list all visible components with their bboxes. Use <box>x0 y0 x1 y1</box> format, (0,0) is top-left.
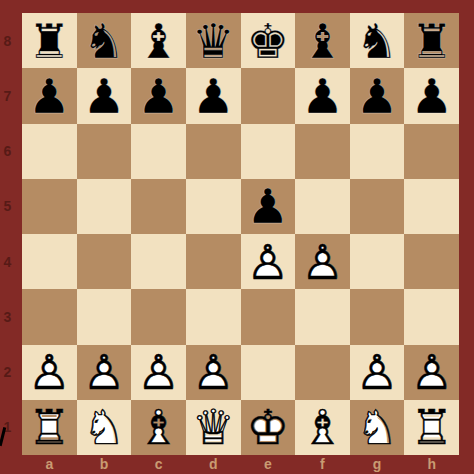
square-h6[interactable] <box>404 124 459 179</box>
piece-black-pawn[interactable]: ♟ <box>77 68 132 123</box>
square-f6[interactable] <box>295 124 350 179</box>
black-rook-icon: ♜ <box>404 13 459 68</box>
square-h7[interactable]: ♟ <box>404 68 459 123</box>
square-f4[interactable]: ♟♙ <box>295 234 350 289</box>
piece-white-pawn[interactable]: ♟♙ <box>77 345 132 400</box>
square-c2[interactable]: ♟♙ <box>131 345 186 400</box>
piece-white-pawn[interactable]: ♟♙ <box>186 345 241 400</box>
black-pawn-icon: ♟ <box>295 68 350 123</box>
black-pawn-icon: ♟ <box>77 68 132 123</box>
square-a1[interactable]: ♜♖ <box>22 400 77 455</box>
black-knight-icon: ♞ <box>350 13 405 68</box>
piece-white-rook[interactable]: ♜♖ <box>22 400 77 455</box>
square-h5[interactable] <box>404 179 459 234</box>
file-labels: abcdefgh <box>22 455 459 474</box>
square-c1[interactable]: ♝♗ <box>131 400 186 455</box>
piece-white-knight[interactable]: ♞♘ <box>350 400 405 455</box>
file-label-d: d <box>186 455 241 474</box>
square-g2[interactable]: ♟♙ <box>350 345 405 400</box>
white-pawn-outline-icon: ♙ <box>22 345 77 400</box>
piece-white-pawn[interactable]: ♟♙ <box>131 345 186 400</box>
square-d2[interactable]: ♟♙ <box>186 345 241 400</box>
square-e2[interactable] <box>241 345 296 400</box>
black-pawn-icon: ♟ <box>186 68 241 123</box>
white-pawn-outline-icon: ♙ <box>186 345 241 400</box>
piece-black-pawn[interactable]: ♟ <box>350 68 405 123</box>
square-f1[interactable]: ♝♗ <box>295 400 350 455</box>
white-pawn-outline-icon: ♙ <box>350 345 405 400</box>
piece-white-rook[interactable]: ♜♖ <box>404 400 459 455</box>
square-b2[interactable]: ♟♙ <box>77 345 132 400</box>
black-rook-icon: ♜ <box>22 13 77 68</box>
square-d1[interactable]: ♛♕ <box>186 400 241 455</box>
square-f3[interactable] <box>295 289 350 344</box>
black-pawn-icon: ♟ <box>404 68 459 123</box>
square-a2[interactable]: ♟♙ <box>22 345 77 400</box>
piece-white-knight[interactable]: ♞♘ <box>77 400 132 455</box>
rank-label-4: 4 <box>0 234 22 289</box>
square-e8[interactable]: ♚ <box>241 13 296 68</box>
square-e7[interactable] <box>241 68 296 123</box>
square-c7[interactable]: ♟ <box>131 68 186 123</box>
rank-label-3: 3 <box>0 289 22 344</box>
white-pawn-outline-icon: ♙ <box>404 345 459 400</box>
square-h4[interactable] <box>404 234 459 289</box>
file-label-h: h <box>404 455 459 474</box>
square-b6[interactable] <box>77 124 132 179</box>
white-pawn-outline-icon: ♙ <box>131 345 186 400</box>
square-g3[interactable] <box>350 289 405 344</box>
piece-white-pawn[interactable]: ♟♙ <box>241 234 296 289</box>
white-bishop-outline-icon: ♗ <box>131 400 186 455</box>
piece-white-pawn[interactable]: ♟♙ <box>295 234 350 289</box>
rank-label-5: 5 <box>0 179 22 234</box>
square-d8[interactable]: ♛ <box>186 13 241 68</box>
piece-black-king[interactable]: ♚ <box>241 13 296 68</box>
square-e1[interactable]: ♚♔ <box>241 400 296 455</box>
square-e3[interactable] <box>241 289 296 344</box>
square-g8[interactable]: ♞ <box>350 13 405 68</box>
piece-white-bishop[interactable]: ♝♗ <box>295 400 350 455</box>
square-b8[interactable]: ♞ <box>77 13 132 68</box>
piece-white-pawn[interactable]: ♟♙ <box>22 345 77 400</box>
piece-black-pawn[interactable]: ♟ <box>404 68 459 123</box>
square-a8[interactable]: ♜ <box>22 13 77 68</box>
square-g5[interactable] <box>350 179 405 234</box>
square-b7[interactable]: ♟ <box>77 68 132 123</box>
piece-black-pawn[interactable]: ♟ <box>186 68 241 123</box>
square-f8[interactable]: ♝ <box>295 13 350 68</box>
piece-black-pawn[interactable]: ♟ <box>131 68 186 123</box>
square-d5[interactable] <box>186 179 241 234</box>
white-knight-outline-icon: ♘ <box>350 400 405 455</box>
square-g4[interactable] <box>350 234 405 289</box>
square-a3[interactable] <box>22 289 77 344</box>
piece-black-pawn[interactable]: ♟ <box>22 68 77 123</box>
piece-black-queen[interactable]: ♛ <box>186 13 241 68</box>
chess-board: ♜♞♝♛♚♝♞♜♟♟♟♟♟♟♟♟♟♙♟♙♟♙♟♙♟♙♟♙♟♙♟♙♜♖♞♘♝♗♛♕… <box>22 13 459 455</box>
square-d4[interactable] <box>186 234 241 289</box>
white-knight-outline-icon: ♘ <box>77 400 132 455</box>
square-b1[interactable]: ♞♘ <box>77 400 132 455</box>
square-a5[interactable] <box>22 179 77 234</box>
file-label-b: b <box>77 455 132 474</box>
piece-black-bishop[interactable]: ♝ <box>295 13 350 68</box>
piece-white-queen[interactable]: ♛♕ <box>186 400 241 455</box>
white-pawn-outline-icon: ♙ <box>241 234 296 289</box>
square-e4[interactable]: ♟♙ <box>241 234 296 289</box>
file-label-g: g <box>350 455 405 474</box>
black-pawn-icon: ♟ <box>350 68 405 123</box>
square-b4[interactable] <box>77 234 132 289</box>
square-e6[interactable] <box>241 124 296 179</box>
square-a4[interactable] <box>22 234 77 289</box>
piece-black-rook[interactable]: ♜ <box>22 13 77 68</box>
black-pawn-icon: ♟ <box>22 68 77 123</box>
square-c5[interactable] <box>131 179 186 234</box>
square-b5[interactable] <box>77 179 132 234</box>
square-e5[interactable]: ♟ <box>241 179 296 234</box>
white-rook-outline-icon: ♖ <box>404 400 459 455</box>
piece-black-bishop[interactable]: ♝ <box>131 13 186 68</box>
piece-white-king[interactable]: ♚♔ <box>241 400 296 455</box>
piece-black-knight[interactable]: ♞ <box>350 13 405 68</box>
white-rook-outline-icon: ♖ <box>22 400 77 455</box>
square-c6[interactable] <box>131 124 186 179</box>
black-king-icon: ♚ <box>241 13 296 68</box>
white-bishop-outline-icon: ♗ <box>295 400 350 455</box>
square-g6[interactable] <box>350 124 405 179</box>
file-label-a: a <box>22 455 77 474</box>
black-pawn-icon: ♟ <box>131 68 186 123</box>
black-bishop-icon: ♝ <box>131 13 186 68</box>
square-a6[interactable] <box>22 124 77 179</box>
square-g7[interactable]: ♟ <box>350 68 405 123</box>
square-h3[interactable] <box>404 289 459 344</box>
piece-white-bishop[interactable]: ♝♗ <box>131 400 186 455</box>
black-knight-icon: ♞ <box>77 13 132 68</box>
black-pawn-icon: ♟ <box>241 179 296 234</box>
square-c8[interactable]: ♝ <box>131 13 186 68</box>
square-d7[interactable]: ♟ <box>186 68 241 123</box>
piece-black-rook[interactable]: ♜ <box>404 13 459 68</box>
square-d3[interactable] <box>186 289 241 344</box>
rank-label-6: 6 <box>0 124 22 179</box>
piece-black-pawn[interactable]: ♟ <box>295 68 350 123</box>
file-label-c: c <box>131 455 186 474</box>
piece-white-pawn[interactable]: ♟♙ <box>404 345 459 400</box>
rank-label-8: 8 <box>0 13 22 68</box>
file-label-f: f <box>295 455 350 474</box>
square-c3[interactable] <box>131 289 186 344</box>
square-b3[interactable] <box>77 289 132 344</box>
piece-black-knight[interactable]: ♞ <box>77 13 132 68</box>
white-pawn-outline-icon: ♙ <box>295 234 350 289</box>
piece-black-pawn[interactable]: ♟ <box>241 179 296 234</box>
chess-board-app: ♜♞♝♛♚♝♞♜♟♟♟♟♟♟♟♟♟♙♟♙♟♙♟♙♟♙♟♙♟♙♟♙♜♖♞♘♝♗♛♕… <box>0 0 474 474</box>
black-bishop-icon: ♝ <box>295 13 350 68</box>
square-d6[interactable] <box>186 124 241 179</box>
square-f2[interactable] <box>295 345 350 400</box>
square-a7[interactable]: ♟ <box>22 68 77 123</box>
square-h1[interactable]: ♜♖ <box>404 400 459 455</box>
white-pawn-outline-icon: ♙ <box>77 345 132 400</box>
file-label-e: e <box>241 455 296 474</box>
rank-label-7: 7 <box>0 68 22 123</box>
square-h2[interactable]: ♟♙ <box>404 345 459 400</box>
piece-white-pawn[interactable]: ♟♙ <box>350 345 405 400</box>
rank-label-2: 2 <box>0 345 22 400</box>
rank-labels: 87654321 <box>0 13 22 455</box>
square-c4[interactable] <box>131 234 186 289</box>
white-queen-outline-icon: ♕ <box>186 400 241 455</box>
square-g1[interactable]: ♞♘ <box>350 400 405 455</box>
square-f5[interactable] <box>295 179 350 234</box>
black-queen-icon: ♛ <box>186 13 241 68</box>
white-king-outline-icon: ♔ <box>241 400 296 455</box>
square-h8[interactable]: ♜ <box>404 13 459 68</box>
square-f7[interactable]: ♟ <box>295 68 350 123</box>
